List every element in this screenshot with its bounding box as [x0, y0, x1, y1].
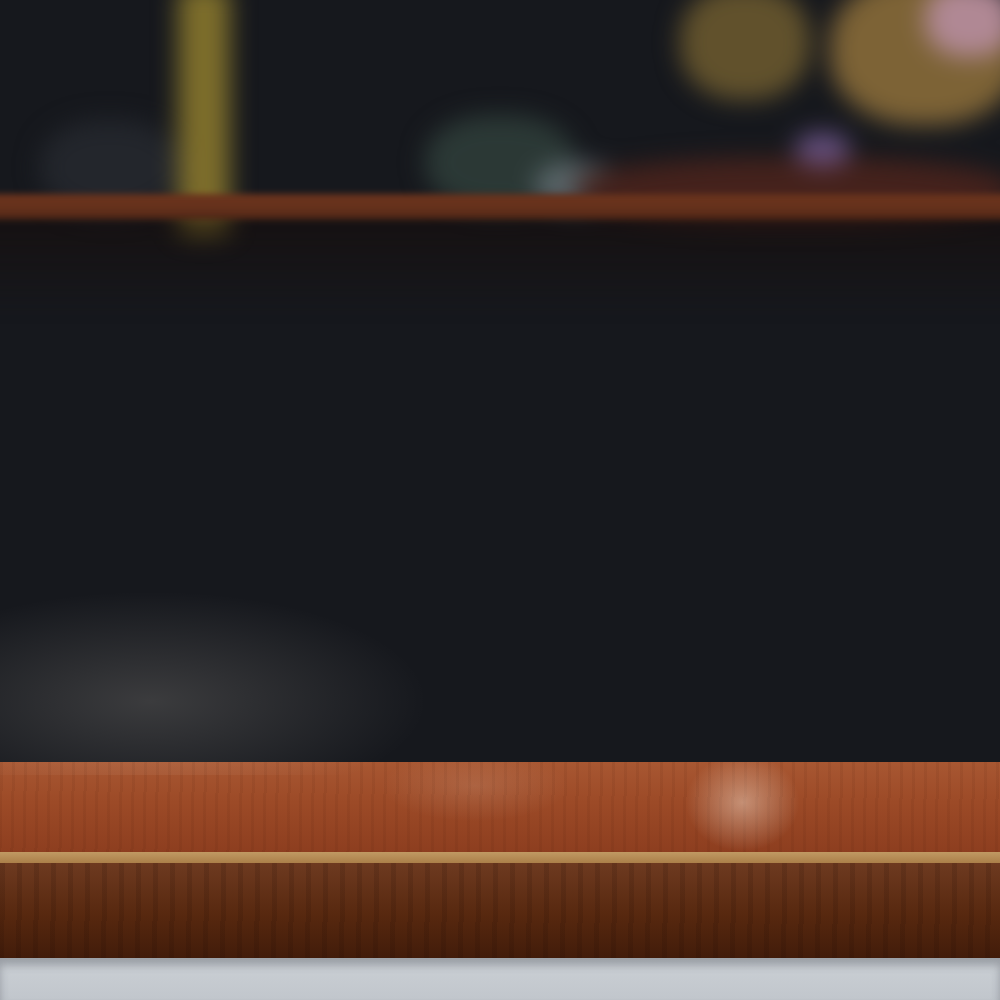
near-light-glow: [0, 590, 430, 775]
board-wooden-side: [0, 863, 1000, 958]
wood-grain: [0, 863, 1000, 958]
board-border-letters-band: [0, 762, 1000, 852]
border-sparkle-sheen: [685, 762, 800, 852]
chessboard-scene: [0, 0, 1000, 1000]
far-pieces-shadow: [0, 216, 1000, 316]
stone-table-surface: [0, 958, 1000, 1000]
board-mdf-edge: [0, 852, 1000, 863]
photo-frame: [0, 0, 1000, 1000]
